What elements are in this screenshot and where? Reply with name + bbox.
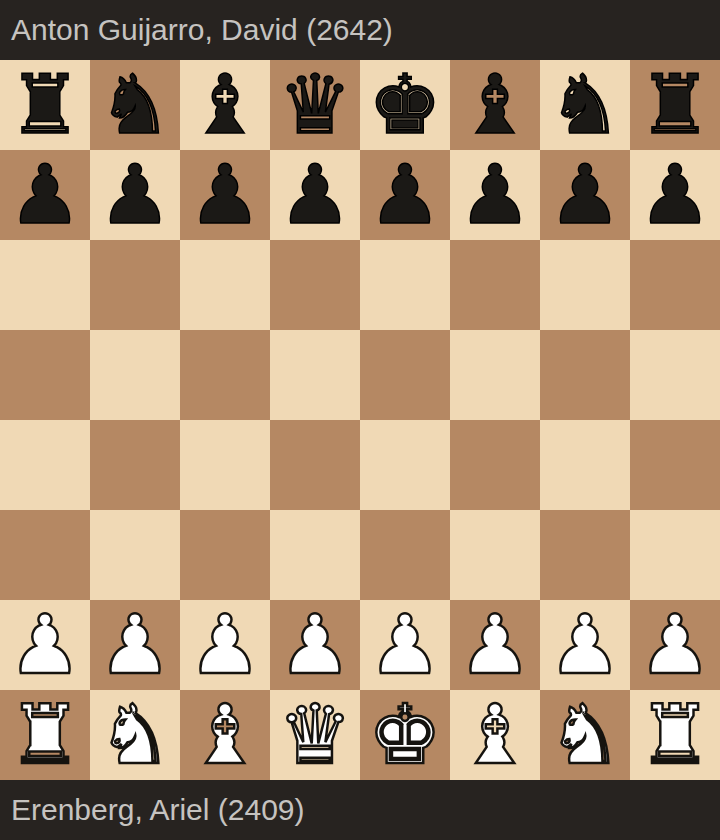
- white-pawn-d2[interactable]: ♟: [278, 600, 352, 690]
- square-b2[interactable]: ♟: [90, 600, 180, 690]
- white-rook-a1[interactable]: ♜: [8, 690, 82, 780]
- square-c6[interactable]: [180, 240, 270, 330]
- top-player-name: Anton Guijarro, David (2642): [11, 13, 393, 47]
- square-b8[interactable]: ♞: [90, 60, 180, 150]
- square-f7[interactable]: ♟: [450, 150, 540, 240]
- square-c4[interactable]: [180, 420, 270, 510]
- square-h6[interactable]: [630, 240, 720, 330]
- square-e6[interactable]: [360, 240, 450, 330]
- square-f2[interactable]: ♟: [450, 600, 540, 690]
- black-pawn-d7[interactable]: ♟: [278, 150, 352, 240]
- square-g2[interactable]: ♟: [540, 600, 630, 690]
- white-pawn-e2[interactable]: ♟: [368, 600, 442, 690]
- white-bishop-c1[interactable]: ♝: [188, 690, 262, 780]
- square-a5[interactable]: [0, 330, 90, 420]
- white-bishop-f1[interactable]: ♝: [458, 690, 532, 780]
- square-d8[interactable]: ♛: [270, 60, 360, 150]
- square-c3[interactable]: [180, 510, 270, 600]
- square-a2[interactable]: ♟: [0, 600, 90, 690]
- square-g4[interactable]: [540, 420, 630, 510]
- top-player-bar: Anton Guijarro, David (2642): [0, 0, 720, 60]
- white-pawn-g2[interactable]: ♟: [548, 600, 622, 690]
- square-e3[interactable]: [360, 510, 450, 600]
- black-bishop-c8[interactable]: ♝: [188, 60, 262, 150]
- square-d7[interactable]: ♟: [270, 150, 360, 240]
- black-rook-h8[interactable]: ♜: [638, 60, 712, 150]
- square-e2[interactable]: ♟: [360, 600, 450, 690]
- white-pawn-c2[interactable]: ♟: [188, 600, 262, 690]
- square-c7[interactable]: ♟: [180, 150, 270, 240]
- square-a7[interactable]: ♟: [0, 150, 90, 240]
- square-e1[interactable]: ♚: [360, 690, 450, 780]
- black-queen-d8[interactable]: ♛: [278, 60, 352, 150]
- square-b6[interactable]: [90, 240, 180, 330]
- white-pawn-h2[interactable]: ♟: [638, 600, 712, 690]
- white-knight-g1[interactable]: ♞: [548, 690, 622, 780]
- square-a8[interactable]: ♜: [0, 60, 90, 150]
- square-f6[interactable]: [450, 240, 540, 330]
- white-pawn-f2[interactable]: ♟: [458, 600, 532, 690]
- square-c2[interactable]: ♟: [180, 600, 270, 690]
- square-b1[interactable]: ♞: [90, 690, 180, 780]
- chess-board[interactable]: ♜♞♝♛♚♝♞♜♟♟♟♟♟♟♟♟♟♟♟♟♟♟♟♟♜♞♝♛♚♝♞♜: [0, 60, 720, 780]
- white-pawn-b2[interactable]: ♟: [98, 600, 172, 690]
- black-pawn-a7[interactable]: ♟: [8, 150, 82, 240]
- square-e7[interactable]: ♟: [360, 150, 450, 240]
- square-h7[interactable]: ♟: [630, 150, 720, 240]
- square-g5[interactable]: [540, 330, 630, 420]
- black-bishop-f8[interactable]: ♝: [458, 60, 532, 150]
- square-h8[interactable]: ♜: [630, 60, 720, 150]
- square-d1[interactable]: ♛: [270, 690, 360, 780]
- square-e8[interactable]: ♚: [360, 60, 450, 150]
- square-f8[interactable]: ♝: [450, 60, 540, 150]
- square-c5[interactable]: [180, 330, 270, 420]
- black-pawn-h7[interactable]: ♟: [638, 150, 712, 240]
- square-g6[interactable]: [540, 240, 630, 330]
- square-b7[interactable]: ♟: [90, 150, 180, 240]
- black-pawn-f7[interactable]: ♟: [458, 150, 532, 240]
- square-h3[interactable]: [630, 510, 720, 600]
- square-g3[interactable]: [540, 510, 630, 600]
- square-a6[interactable]: [0, 240, 90, 330]
- square-a3[interactable]: [0, 510, 90, 600]
- white-rook-h1[interactable]: ♜: [638, 690, 712, 780]
- white-knight-b1[interactable]: ♞: [98, 690, 172, 780]
- square-d5[interactable]: [270, 330, 360, 420]
- square-b3[interactable]: [90, 510, 180, 600]
- black-knight-b8[interactable]: ♞: [98, 60, 172, 150]
- bottom-player-bar: Erenberg, Ariel (2409): [0, 780, 720, 840]
- black-pawn-e7[interactable]: ♟: [368, 150, 442, 240]
- black-pawn-b7[interactable]: ♟: [98, 150, 172, 240]
- white-queen-d1[interactable]: ♛: [278, 690, 352, 780]
- square-e5[interactable]: [360, 330, 450, 420]
- black-pawn-c7[interactable]: ♟: [188, 150, 262, 240]
- black-king-e8[interactable]: ♚: [368, 60, 442, 150]
- square-g8[interactable]: ♞: [540, 60, 630, 150]
- black-rook-a8[interactable]: ♜: [8, 60, 82, 150]
- square-h2[interactable]: ♟: [630, 600, 720, 690]
- black-knight-g8[interactable]: ♞: [548, 60, 622, 150]
- square-d4[interactable]: [270, 420, 360, 510]
- square-f3[interactable]: [450, 510, 540, 600]
- square-e4[interactable]: [360, 420, 450, 510]
- square-h1[interactable]: ♜: [630, 690, 720, 780]
- square-a1[interactable]: ♜: [0, 690, 90, 780]
- square-b5[interactable]: [90, 330, 180, 420]
- white-pawn-a2[interactable]: ♟: [8, 600, 82, 690]
- square-c8[interactable]: ♝: [180, 60, 270, 150]
- square-b4[interactable]: [90, 420, 180, 510]
- white-king-e1[interactable]: ♚: [368, 690, 442, 780]
- square-d3[interactable]: [270, 510, 360, 600]
- square-g1[interactable]: ♞: [540, 690, 630, 780]
- square-h4[interactable]: [630, 420, 720, 510]
- square-h5[interactable]: [630, 330, 720, 420]
- square-d2[interactable]: ♟: [270, 600, 360, 690]
- square-d6[interactable]: [270, 240, 360, 330]
- square-f5[interactable]: [450, 330, 540, 420]
- square-f1[interactable]: ♝: [450, 690, 540, 780]
- bottom-player-name: Erenberg, Ariel (2409): [11, 793, 305, 827]
- black-pawn-g7[interactable]: ♟: [548, 150, 622, 240]
- square-f4[interactable]: [450, 420, 540, 510]
- square-c1[interactable]: ♝: [180, 690, 270, 780]
- square-g7[interactable]: ♟: [540, 150, 630, 240]
- square-a4[interactable]: [0, 420, 90, 510]
